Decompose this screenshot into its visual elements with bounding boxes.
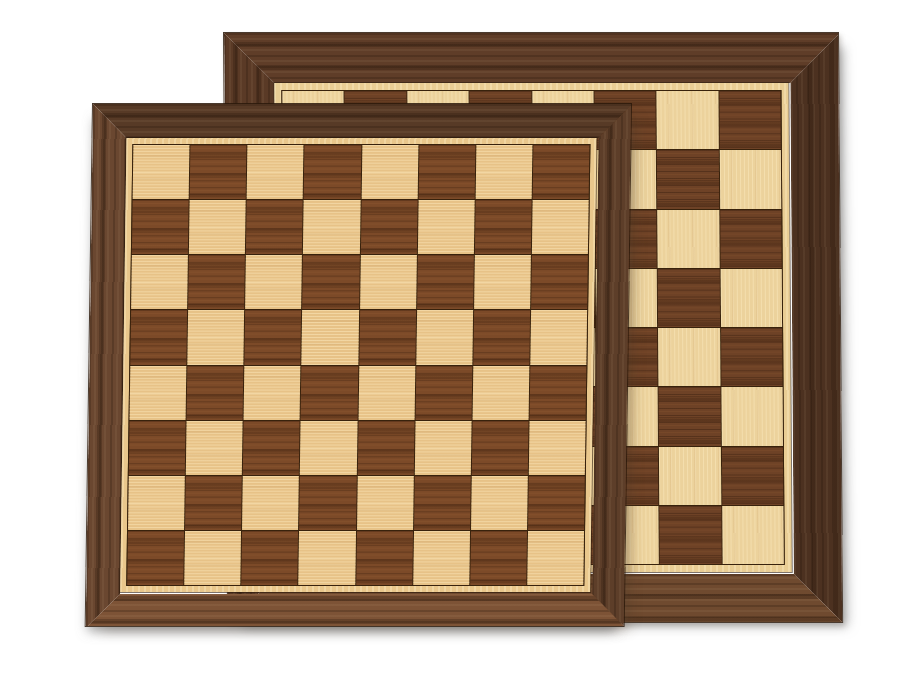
front-square-h2 xyxy=(528,476,585,530)
front-square-g2 xyxy=(471,476,528,530)
front-square-b3 xyxy=(186,421,243,475)
front-square-e3 xyxy=(357,421,414,475)
front-square-b4 xyxy=(187,366,244,420)
front-square-b5 xyxy=(187,310,244,364)
front-square-g1 xyxy=(470,531,527,585)
back-square-h1 xyxy=(722,506,784,564)
front-square-h3 xyxy=(529,421,586,475)
front-square-g8 xyxy=(475,145,532,199)
front-square-d8 xyxy=(304,145,361,199)
front-square-h6 xyxy=(531,255,588,309)
front-square-h7 xyxy=(532,200,589,254)
front-square-d6 xyxy=(302,255,359,309)
front-square-c6 xyxy=(245,255,302,309)
front-square-a6 xyxy=(131,255,188,309)
front-square-b6 xyxy=(188,255,245,309)
front-square-b7 xyxy=(189,200,246,254)
front-square-a8 xyxy=(133,145,190,199)
front-square-d2 xyxy=(299,476,356,530)
front-square-f1 xyxy=(413,531,470,585)
front-square-e4 xyxy=(358,366,415,420)
front-square-a4 xyxy=(130,366,187,420)
front-square-e7 xyxy=(360,200,417,254)
front-square-c8 xyxy=(247,145,304,199)
front-square-f7 xyxy=(418,200,475,254)
front-square-e8 xyxy=(361,145,418,199)
front-square-a7 xyxy=(132,200,189,254)
back-square-g3 xyxy=(659,387,721,445)
product-photo-scene xyxy=(0,0,903,677)
front-square-d3 xyxy=(300,421,357,475)
front-square-f2 xyxy=(414,476,471,530)
back-square-g4 xyxy=(658,328,720,386)
front-square-d1 xyxy=(299,531,356,585)
front-square-d4 xyxy=(301,366,358,420)
front-square-g7 xyxy=(475,200,532,254)
back-square-g7 xyxy=(657,150,719,208)
back-square-h2 xyxy=(722,447,784,505)
front-square-g5 xyxy=(473,310,530,364)
front-maple-inlay xyxy=(120,138,596,592)
front-square-h4 xyxy=(529,366,586,420)
back-square-h5 xyxy=(720,269,782,327)
front-square-g3 xyxy=(472,421,529,475)
front-square-e2 xyxy=(357,476,414,530)
front-square-f3 xyxy=(414,421,471,475)
front-square-e6 xyxy=(360,255,417,309)
chessboard-front xyxy=(85,103,632,627)
back-square-h6 xyxy=(720,210,782,268)
front-square-f8 xyxy=(418,145,475,199)
front-square-a1 xyxy=(127,531,184,585)
front-square-e5 xyxy=(359,310,416,364)
front-square-a2 xyxy=(128,476,185,530)
front-square-g4 xyxy=(472,366,529,420)
back-square-g1 xyxy=(660,506,722,564)
front-square-b1 xyxy=(184,531,241,585)
front-square-c7 xyxy=(246,200,303,254)
front-square-h5 xyxy=(530,310,587,364)
front-square-h1 xyxy=(527,531,584,585)
front-square-b8 xyxy=(190,145,247,199)
back-square-h7 xyxy=(719,150,781,208)
front-square-h8 xyxy=(533,145,590,199)
front-square-e1 xyxy=(356,531,413,585)
front-square-c2 xyxy=(242,476,299,530)
front-square-d5 xyxy=(302,310,359,364)
front-board-squares xyxy=(126,144,590,586)
front-square-f5 xyxy=(416,310,473,364)
front-square-c4 xyxy=(244,366,301,420)
front-square-a5 xyxy=(130,310,187,364)
back-square-g8 xyxy=(657,91,719,149)
back-square-h8 xyxy=(719,91,781,149)
front-square-c1 xyxy=(242,531,299,585)
front-square-a3 xyxy=(129,421,186,475)
front-square-f6 xyxy=(417,255,474,309)
front-square-c5 xyxy=(245,310,302,364)
front-square-b2 xyxy=(185,476,242,530)
front-square-d7 xyxy=(303,200,360,254)
back-square-g5 xyxy=(658,269,720,327)
back-square-g2 xyxy=(659,447,721,505)
back-square-g6 xyxy=(657,210,719,268)
back-square-h4 xyxy=(721,328,783,386)
back-square-h3 xyxy=(721,387,783,445)
front-square-f4 xyxy=(415,366,472,420)
front-square-g6 xyxy=(474,255,531,309)
front-square-c3 xyxy=(243,421,300,475)
